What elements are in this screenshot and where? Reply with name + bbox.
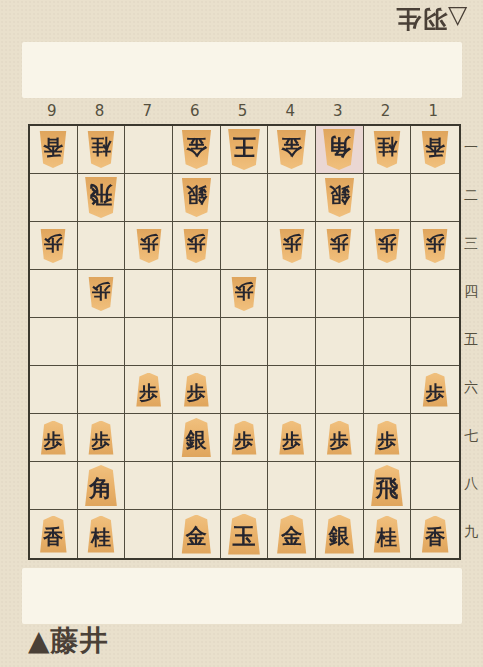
piece-sente-pawn[interactable]: 歩 xyxy=(87,421,115,455)
gote-captured-tray xyxy=(22,42,462,98)
piece-sente-silver[interactable]: 銀 xyxy=(323,515,356,554)
square-3-3[interactable]: 歩 xyxy=(316,222,364,270)
piece-gote-pawn[interactable]: 歩 xyxy=(135,229,163,263)
square-6-2[interactable]: 銀 xyxy=(173,174,221,222)
square-5-9[interactable]: 玉 xyxy=(221,510,269,558)
square-1-6[interactable]: 歩 xyxy=(411,366,459,414)
square-2-1[interactable]: 桂 xyxy=(364,126,412,174)
square-2-4[interactable] xyxy=(364,270,412,318)
square-1-2[interactable] xyxy=(411,174,459,222)
square-3-2[interactable]: 銀 xyxy=(316,174,364,222)
square-6-1[interactable]: 金 xyxy=(173,126,221,174)
piece-sente-rook[interactable]: 飛 xyxy=(369,465,405,506)
square-3-6[interactable] xyxy=(316,366,364,414)
piece-sente-pawn[interactable]: 歩 xyxy=(325,421,353,455)
piece-sente-gold[interactable]: 金 xyxy=(180,515,213,554)
square-6-6[interactable]: 歩 xyxy=(173,366,221,414)
piece-gote-gold[interactable]: 金 xyxy=(180,130,213,169)
square-8-5[interactable] xyxy=(78,318,126,366)
piece-sente-silver[interactable]: 銀 xyxy=(180,418,213,457)
piece-sente-king[interactable]: 玉 xyxy=(226,514,262,555)
piece-sente-pawn[interactable]: 歩 xyxy=(278,421,306,455)
square-7-2[interactable] xyxy=(125,174,173,222)
file-labels: 987654321 xyxy=(28,100,457,122)
square-3-8[interactable] xyxy=(316,462,364,510)
square-7-7[interactable] xyxy=(125,414,173,462)
square-2-2[interactable] xyxy=(364,174,412,222)
square-5-4[interactable]: 歩 xyxy=(221,270,269,318)
square-3-5[interactable] xyxy=(316,318,364,366)
square-7-3[interactable]: 歩 xyxy=(125,222,173,270)
square-4-1[interactable]: 金 xyxy=(268,126,316,174)
piece-sente-knight[interactable]: 桂 xyxy=(86,516,116,553)
piece-sente-bishop[interactable]: 角 xyxy=(83,465,119,506)
square-9-2[interactable] xyxy=(30,174,78,222)
piece-gote-pawn[interactable]: 歩 xyxy=(421,229,449,263)
square-1-1[interactable]: 香 xyxy=(411,126,459,174)
piece-sente-pawn[interactable]: 歩 xyxy=(373,421,401,455)
square-7-6[interactable]: 歩 xyxy=(125,366,173,414)
piece-gote-pawn[interactable]: 歩 xyxy=(373,229,401,263)
square-1-9[interactable]: 香 xyxy=(411,510,459,558)
square-2-5[interactable] xyxy=(364,318,412,366)
square-2-8[interactable]: 飛 xyxy=(364,462,412,510)
square-8-1[interactable]: 桂 xyxy=(78,126,126,174)
rank-label-4: 四 xyxy=(459,268,483,316)
square-5-8[interactable] xyxy=(221,462,269,510)
square-3-7[interactable]: 歩 xyxy=(316,414,364,462)
file-label-3: 3 xyxy=(314,100,362,122)
rank-label-7: 七 xyxy=(459,412,483,460)
rank-label-5: 五 xyxy=(459,316,483,364)
piece-gote-knight[interactable]: 桂 xyxy=(372,131,402,168)
square-9-7[interactable]: 歩 xyxy=(30,414,78,462)
file-label-9: 9 xyxy=(28,100,76,122)
square-4-8[interactable] xyxy=(268,462,316,510)
square-4-9[interactable]: 金 xyxy=(268,510,316,558)
square-1-4[interactable] xyxy=(411,270,459,318)
square-8-9[interactable]: 桂 xyxy=(78,510,126,558)
square-6-5[interactable] xyxy=(173,318,221,366)
square-4-7[interactable]: 歩 xyxy=(268,414,316,462)
square-5-3[interactable] xyxy=(221,222,269,270)
piece-gote-gold[interactable]: 金 xyxy=(275,130,308,169)
square-2-6[interactable] xyxy=(364,366,412,414)
square-8-3[interactable] xyxy=(78,222,126,270)
piece-sente-lance[interactable]: 香 xyxy=(420,516,450,553)
gote-player-name: △羽生 xyxy=(395,2,467,35)
piece-gote-knight[interactable]: 桂 xyxy=(86,131,116,168)
square-7-8[interactable] xyxy=(125,462,173,510)
square-9-6[interactable] xyxy=(30,366,78,414)
rank-label-3: 三 xyxy=(459,220,483,268)
square-1-3[interactable]: 歩 xyxy=(411,222,459,270)
piece-sente-knight[interactable]: 桂 xyxy=(372,516,402,553)
square-1-8[interactable] xyxy=(411,462,459,510)
square-6-3[interactable]: 歩 xyxy=(173,222,221,270)
piece-gote-lance[interactable]: 香 xyxy=(420,131,450,168)
file-label-7: 7 xyxy=(123,100,171,122)
piece-sente-gold[interactable]: 金 xyxy=(275,515,308,554)
piece-sente-pawn[interactable]: 歩 xyxy=(421,373,449,407)
square-7-9[interactable] xyxy=(125,510,173,558)
file-label-1: 1 xyxy=(409,100,457,122)
square-3-9[interactable]: 銀 xyxy=(316,510,364,558)
sente-captured-tray xyxy=(22,568,462,624)
piece-sente-pawn[interactable]: 歩 xyxy=(39,421,67,455)
square-5-5[interactable] xyxy=(221,318,269,366)
square-6-4[interactable] xyxy=(173,270,221,318)
square-9-8[interactable] xyxy=(30,462,78,510)
rank-label-8: 八 xyxy=(459,460,483,508)
square-3-1[interactable]: 角 xyxy=(316,126,364,174)
file-label-4: 4 xyxy=(266,100,314,122)
file-label-8: 8 xyxy=(76,100,124,122)
square-8-4[interactable]: 歩 xyxy=(78,270,126,318)
piece-gote-king[interactable]: 王 xyxy=(226,129,262,170)
piece-sente-pawn[interactable]: 歩 xyxy=(182,373,210,407)
square-7-5[interactable] xyxy=(125,318,173,366)
square-5-1[interactable]: 王 xyxy=(221,126,269,174)
piece-sente-pawn[interactable]: 歩 xyxy=(135,373,163,407)
square-4-4[interactable] xyxy=(268,270,316,318)
square-6-8[interactable] xyxy=(173,462,221,510)
square-9-9[interactable]: 香 xyxy=(30,510,78,558)
square-9-1[interactable]: 香 xyxy=(30,126,78,174)
square-8-6[interactable] xyxy=(78,366,126,414)
square-9-3[interactable]: 歩 xyxy=(30,222,78,270)
square-9-5[interactable] xyxy=(30,318,78,366)
file-label-2: 2 xyxy=(362,100,410,122)
square-3-4[interactable] xyxy=(316,270,364,318)
rank-label-6: 六 xyxy=(459,364,483,412)
square-7-4[interactable] xyxy=(125,270,173,318)
file-label-5: 5 xyxy=(219,100,267,122)
rank-label-1: 一 xyxy=(459,124,483,172)
piece-gote-pawn[interactable]: 歩 xyxy=(325,229,353,263)
piece-gote-rook[interactable]: 飛 xyxy=(83,177,119,218)
shogi-board: 香桂金王金角桂香飛銀銀歩歩歩歩歩歩歩歩歩歩歩歩歩歩銀歩歩歩歩角飛香桂金玉金銀桂香 xyxy=(28,124,461,560)
square-4-6[interactable] xyxy=(268,366,316,414)
piece-gote-silver[interactable]: 銀 xyxy=(323,178,356,217)
square-5-6[interactable] xyxy=(221,366,269,414)
piece-gote-bishop[interactable]: 角 xyxy=(321,129,357,170)
square-5-2[interactable] xyxy=(221,174,269,222)
rank-label-9: 九 xyxy=(459,508,483,556)
piece-gote-pawn[interactable]: 歩 xyxy=(230,277,258,311)
square-4-3[interactable]: 歩 xyxy=(268,222,316,270)
piece-gote-pawn[interactable]: 歩 xyxy=(39,229,67,263)
rank-labels: 一二三四五六七八九 xyxy=(459,124,483,556)
piece-gote-pawn[interactable]: 歩 xyxy=(278,229,306,263)
piece-sente-pawn[interactable]: 歩 xyxy=(230,421,258,455)
piece-gote-lance[interactable]: 香 xyxy=(38,131,68,168)
square-4-2[interactable] xyxy=(268,174,316,222)
square-1-7[interactable] xyxy=(411,414,459,462)
square-8-7[interactable]: 歩 xyxy=(78,414,126,462)
piece-gote-silver[interactable]: 銀 xyxy=(180,178,213,217)
piece-gote-pawn[interactable]: 歩 xyxy=(87,277,115,311)
square-4-5[interactable] xyxy=(268,318,316,366)
piece-sente-lance[interactable]: 香 xyxy=(38,516,68,553)
sente-player-name: ▲藤井 xyxy=(28,622,109,660)
square-6-9[interactable]: 金 xyxy=(173,510,221,558)
square-7-1[interactable] xyxy=(125,126,173,174)
file-label-6: 6 xyxy=(171,100,219,122)
square-2-7[interactable]: 歩 xyxy=(364,414,412,462)
piece-gote-pawn[interactable]: 歩 xyxy=(182,229,210,263)
square-8-8[interactable]: 角 xyxy=(78,462,126,510)
square-2-3[interactable]: 歩 xyxy=(364,222,412,270)
square-6-7[interactable]: 銀 xyxy=(173,414,221,462)
shogi-app: △羽生 987654321 香桂金王金角桂香飛銀銀歩歩歩歩歩歩歩歩歩歩歩歩歩歩銀… xyxy=(0,0,483,667)
square-5-7[interactable]: 歩 xyxy=(221,414,269,462)
rank-label-2: 二 xyxy=(459,172,483,220)
square-2-9[interactable]: 桂 xyxy=(364,510,412,558)
square-8-2[interactable]: 飛 xyxy=(78,174,126,222)
square-9-4[interactable] xyxy=(30,270,78,318)
square-1-5[interactable] xyxy=(411,318,459,366)
